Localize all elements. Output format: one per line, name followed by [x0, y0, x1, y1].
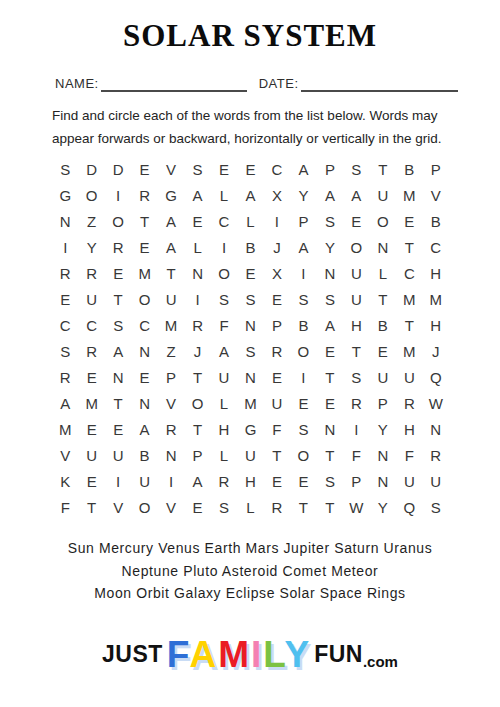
grid-cell[interactable]: A — [184, 468, 210, 494]
grid-cell[interactable]: Q — [423, 364, 449, 390]
grid-cell[interactable]: U — [264, 390, 290, 416]
grid-cell[interactable]: S — [211, 286, 237, 312]
grid-cell[interactable]: O — [131, 494, 157, 520]
date-label: DATE: — [259, 75, 299, 92]
grid-cell[interactable]: E — [317, 338, 343, 364]
grid-cell[interactable]: F — [343, 442, 369, 468]
grid-cell[interactable]: A — [237, 182, 263, 208]
grid-cell[interactable]: J — [423, 338, 449, 364]
grid-cell[interactable]: A — [290, 234, 316, 260]
grid-cell[interactable]: T — [184, 416, 210, 442]
grid-cell[interactable]: S — [317, 468, 343, 494]
grid-cell[interactable]: E — [237, 260, 263, 286]
grid-cell[interactable]: V — [158, 494, 184, 520]
grid-cell[interactable]: U — [343, 260, 369, 286]
grid-cell[interactable]: L — [211, 390, 237, 416]
grid-cell[interactable]: R — [343, 390, 369, 416]
grid-cell[interactable]: R — [264, 494, 290, 520]
grid-cell[interactable]: C — [52, 312, 78, 338]
grid-cell[interactable]: F — [52, 494, 78, 520]
grid-cell[interactable]: T — [396, 234, 422, 260]
grid-cell[interactable]: P — [264, 312, 290, 338]
grid-cell[interactable]: W — [343, 494, 369, 520]
grid-cell[interactable]: U — [370, 364, 396, 390]
grid-cell[interactable]: V — [423, 182, 449, 208]
grid-cell[interactable]: W — [423, 390, 449, 416]
grid-cell[interactable]: L — [237, 494, 263, 520]
grid-cell[interactable]: M — [52, 416, 78, 442]
grid-cell[interactable]: I — [290, 364, 316, 390]
grid-cell[interactable]: R — [184, 312, 210, 338]
grid-cell[interactable]: U — [370, 182, 396, 208]
grid-cell[interactable]: T — [105, 390, 131, 416]
grid-cell[interactable]: E — [78, 416, 104, 442]
grid-cell[interactable]: E — [184, 494, 210, 520]
grid-cell[interactable]: C — [396, 260, 422, 286]
grid-cell[interactable]: Q — [396, 494, 422, 520]
grid-cell[interactable]: B — [131, 442, 157, 468]
grid-cell[interactable]: C — [211, 208, 237, 234]
grid-cell[interactable]: S — [317, 208, 343, 234]
instructions-text: Find and circle each of the words from t… — [52, 104, 464, 150]
grid-cell[interactable]: U — [237, 442, 263, 468]
grid-cell[interactable]: T — [370, 286, 396, 312]
grid-cell[interactable]: E — [396, 208, 422, 234]
worksheet-page: SOLAR SYSTEM NAME: DATE: Find and circle… — [0, 0, 500, 707]
grid-cell[interactable]: Z — [158, 338, 184, 364]
grid-cell[interactable]: N — [317, 416, 343, 442]
grid-cell[interactable]: P — [184, 442, 210, 468]
grid-cell[interactable]: E — [370, 338, 396, 364]
grid-cell[interactable]: L — [184, 234, 210, 260]
grid-cell[interactable]: N — [158, 442, 184, 468]
grid-cell[interactable]: L — [370, 260, 396, 286]
grid-cell[interactable]: E — [105, 260, 131, 286]
grid-cell[interactable]: O — [343, 234, 369, 260]
grid-cell[interactable]: A — [317, 312, 343, 338]
grid-cell[interactable]: R — [264, 338, 290, 364]
grid-cell[interactable]: E — [211, 156, 237, 182]
grid-cell[interactable]: Y — [78, 234, 104, 260]
logo-family-letter: M — [218, 634, 251, 675]
name-date-row: NAME: DATE: — [55, 72, 458, 92]
logo-com-text: .com — [363, 653, 398, 673]
grid-cell[interactable]: A — [158, 208, 184, 234]
grid-cell[interactable]: N — [237, 312, 263, 338]
grid-cell[interactable]: D — [105, 156, 131, 182]
grid-cell[interactable]: R — [131, 182, 157, 208]
grid-cell[interactable]: I — [264, 208, 290, 234]
grid-cell[interactable]: A — [105, 338, 131, 364]
grid-cell[interactable]: X — [264, 260, 290, 286]
grid-cell[interactable]: H — [343, 312, 369, 338]
word-search-grid: SDDEVSEECAPSTBPGOIRGALAXYAAUMVNZOTAECLIP… — [52, 156, 449, 520]
grid-cell[interactable]: D — [78, 156, 104, 182]
grid-cell[interactable]: R — [211, 468, 237, 494]
grid-cell[interactable]: S — [423, 494, 449, 520]
grid-cell[interactable]: L — [211, 442, 237, 468]
logo-family-letter: I — [251, 634, 263, 675]
grid-cell[interactable]: O — [290, 338, 316, 364]
grid-cell[interactable]: E — [105, 416, 131, 442]
grid-cell[interactable]: U — [343, 286, 369, 312]
grid-cell[interactable]: U — [131, 468, 157, 494]
grid-cell[interactable]: G — [52, 182, 78, 208]
grid-cell[interactable]: U — [105, 442, 131, 468]
grid-cell[interactable]: M — [78, 390, 104, 416]
grid-cell[interactable]: E — [290, 468, 316, 494]
grid-cell[interactable]: M — [396, 338, 422, 364]
date-input-line[interactable] — [301, 77, 459, 92]
grid-cell[interactable]: E — [237, 156, 263, 182]
grid-cell[interactable]: M — [396, 286, 422, 312]
grid-cell[interactable]: G — [237, 416, 263, 442]
grid-cell[interactable]: S — [343, 156, 369, 182]
grid-cell[interactable]: N — [370, 442, 396, 468]
grid-cell[interactable]: A — [317, 182, 343, 208]
grid-cell[interactable]: U — [211, 364, 237, 390]
grid-cell[interactable]: E — [131, 234, 157, 260]
grid-cell[interactable]: T — [264, 442, 290, 468]
grid-cell[interactable]: R — [396, 390, 422, 416]
grid-cell[interactable]: N — [317, 260, 343, 286]
logo-family-text: FAMILY — [167, 636, 311, 673]
grid-cell[interactable]: A — [158, 234, 184, 260]
grid-cell[interactable]: N — [184, 260, 210, 286]
grid-cell[interactable]: A — [290, 156, 316, 182]
grid-cell[interactable]: M — [131, 260, 157, 286]
grid-cell[interactable]: Y — [317, 234, 343, 260]
grid-cell[interactable]: O — [105, 208, 131, 234]
grid-cell[interactable]: S — [105, 312, 131, 338]
grid-cell[interactable]: I — [343, 416, 369, 442]
grid-cell[interactable]: T — [343, 338, 369, 364]
grid-cell[interactable]: B — [396, 156, 422, 182]
grid-cell[interactable]: S — [184, 156, 210, 182]
grid-cell[interactable]: I — [105, 182, 131, 208]
grid-cell[interactable]: F — [396, 442, 422, 468]
grid-cell[interactable]: X — [264, 182, 290, 208]
grid-cell[interactable]: R — [52, 364, 78, 390]
logo-fun-text: FUN — [314, 641, 363, 668]
grid-cell[interactable]: R — [52, 260, 78, 286]
grid-cell[interactable]: S — [343, 364, 369, 390]
grid-cell[interactable]: M — [423, 286, 449, 312]
grid-cell[interactable]: E — [131, 364, 157, 390]
grid-cell[interactable]: Z — [78, 208, 104, 234]
grid-cell[interactable]: E — [290, 390, 316, 416]
grid-cell[interactable]: R — [78, 338, 104, 364]
grid-cell[interactable]: T — [317, 364, 343, 390]
grid-cell[interactable]: R — [105, 234, 131, 260]
page-title: SOLAR SYSTEM — [0, 18, 500, 54]
grid-cell[interactable]: U — [396, 364, 422, 390]
grid-cell[interactable]: S — [237, 338, 263, 364]
grid-cell[interactable]: I — [211, 234, 237, 260]
grid-cell[interactable]: P — [343, 468, 369, 494]
grid-cell[interactable]: T — [184, 364, 210, 390]
grid-cell[interactable]: N — [52, 208, 78, 234]
grid-cell[interactable]: P — [158, 364, 184, 390]
grid-cell[interactable]: V — [52, 442, 78, 468]
grid-cell[interactable]: O — [211, 260, 237, 286]
grid-cell[interactable]: T — [158, 260, 184, 286]
word-list-line: Moon Orbit Galaxy Eclipse Solar Space Ri… — [0, 582, 500, 605]
grid-cell[interactable]: M — [396, 182, 422, 208]
grid-cell[interactable]: U — [158, 286, 184, 312]
brand-logo: JUST FAMILY FUN .com — [0, 636, 500, 673]
grid-cell[interactable]: M — [237, 390, 263, 416]
grid-cell[interactable]: E — [131, 156, 157, 182]
grid-cell[interactable]: C — [131, 312, 157, 338]
grid-cell[interactable]: J — [264, 234, 290, 260]
grid-cell[interactable]: S — [211, 494, 237, 520]
grid-cell[interactable]: C — [78, 312, 104, 338]
grid-cell[interactable]: B — [423, 208, 449, 234]
grid-cell[interactable]: E — [317, 390, 343, 416]
logo-family-letter: A — [189, 634, 218, 675]
name-label: NAME: — [55, 75, 99, 92]
grid-cell[interactable]: A — [131, 416, 157, 442]
grid-cell[interactable]: T — [78, 494, 104, 520]
grid-cell[interactable]: Y — [370, 416, 396, 442]
logo-just-text: JUST — [102, 641, 163, 668]
grid-cell[interactable]: M — [158, 312, 184, 338]
grid-cell[interactable]: J — [184, 338, 210, 364]
grid-cell[interactable]: U — [78, 442, 104, 468]
grid-cell[interactable]: T — [370, 156, 396, 182]
grid-cell[interactable]: A — [211, 338, 237, 364]
grid-cell[interactable]: F — [211, 312, 237, 338]
grid-cell[interactable]: I — [158, 468, 184, 494]
grid-cell[interactable]: S — [237, 286, 263, 312]
grid-cell[interactable]: N — [105, 364, 131, 390]
grid-cell[interactable]: T — [290, 494, 316, 520]
grid-cell[interactable]: H — [423, 260, 449, 286]
grid-cell[interactable]: O — [131, 286, 157, 312]
grid-cell[interactable]: O — [78, 182, 104, 208]
grid-cell[interactable]: E — [343, 208, 369, 234]
grid-cell[interactable]: Y — [370, 494, 396, 520]
grid-cell[interactable]: S — [52, 156, 78, 182]
grid-cell[interactable]: C — [423, 234, 449, 260]
grid-cell[interactable]: O — [370, 208, 396, 234]
grid-cell[interactable]: H — [423, 312, 449, 338]
grid-cell[interactable]: K — [52, 468, 78, 494]
grid-cell[interactable]: L — [211, 182, 237, 208]
grid-cell[interactable]: P — [290, 208, 316, 234]
grid-cell[interactable]: I — [105, 468, 131, 494]
grid-cell[interactable]: V — [158, 390, 184, 416]
grid-cell[interactable]: S — [317, 286, 343, 312]
grid-cell[interactable]: Y — [290, 182, 316, 208]
grid-cell[interactable]: P — [370, 390, 396, 416]
grid-cell[interactable]: R — [423, 442, 449, 468]
grid-cell[interactable]: N — [131, 338, 157, 364]
grid-cell[interactable]: S — [52, 338, 78, 364]
grid-cell[interactable]: B — [290, 312, 316, 338]
word-list-line: Sun Mercury Venus Earth Mars Jupiter Sat… — [0, 537, 500, 560]
grid-cell[interactable]: O — [290, 442, 316, 468]
grid-cell[interactable]: T — [317, 442, 343, 468]
grid-cell[interactable]: H — [237, 468, 263, 494]
word-list: Sun Mercury Venus Earth Mars Jupiter Sat… — [0, 537, 500, 605]
grid-cell[interactable]: N — [131, 390, 157, 416]
grid-cell[interactable]: A — [184, 182, 210, 208]
grid-cell[interactable]: R — [78, 260, 104, 286]
grid-cell[interactable]: T — [105, 286, 131, 312]
grid-cell[interactable]: R — [158, 416, 184, 442]
grid-cell[interactable]: O — [184, 390, 210, 416]
grid-cell[interactable]: V — [105, 494, 131, 520]
grid-cell[interactable]: B — [237, 234, 263, 260]
grid-cell[interactable]: T — [396, 312, 422, 338]
grid-cell[interactable]: U — [396, 468, 422, 494]
grid-cell[interactable]: F — [264, 416, 290, 442]
grid-cell[interactable]: P — [317, 156, 343, 182]
word-list-line: Neptune Pluto Asteroid Comet Meteor — [0, 560, 500, 583]
grid-cell[interactable]: P — [423, 156, 449, 182]
grid-cell[interactable]: E — [78, 468, 104, 494]
grid-cell[interactable]: I — [52, 234, 78, 260]
grid-cell[interactable]: I — [290, 260, 316, 286]
grid-cell[interactable]: C — [264, 156, 290, 182]
grid-cell[interactable]: S — [290, 416, 316, 442]
logo-family-letter: F — [167, 634, 190, 675]
grid-cell[interactable]: L — [237, 208, 263, 234]
grid-cell[interactable]: N — [423, 416, 449, 442]
grid-cell[interactable]: N — [370, 468, 396, 494]
name-input-line[interactable] — [101, 77, 247, 92]
grid-cell[interactable]: T — [317, 494, 343, 520]
grid-cell[interactable]: S — [290, 286, 316, 312]
grid-cell[interactable]: E — [52, 286, 78, 312]
grid-cell[interactable]: U — [423, 468, 449, 494]
logo-family-letter: L — [263, 634, 284, 675]
grid-cell[interactable]: H — [211, 416, 237, 442]
logo-family-letter: Y — [284, 634, 311, 675]
grid-cell[interactable]: E — [184, 208, 210, 234]
grid-cell[interactable]: N — [370, 234, 396, 260]
grid-cell[interactable]: V — [158, 156, 184, 182]
grid-cell[interactable]: A — [52, 390, 78, 416]
grid-cell[interactable]: E — [264, 468, 290, 494]
grid-cell[interactable]: U — [78, 286, 104, 312]
grid-cell[interactable]: T — [131, 208, 157, 234]
grid-cell[interactable]: E — [264, 364, 290, 390]
grid-cell[interactable]: G — [158, 182, 184, 208]
grid-cell[interactable]: I — [184, 286, 210, 312]
grid-cell[interactable]: A — [343, 182, 369, 208]
grid-cell[interactable]: E — [264, 286, 290, 312]
grid-cell[interactable]: H — [396, 416, 422, 442]
grid-cell[interactable]: B — [370, 312, 396, 338]
grid-cell[interactable]: N — [237, 364, 263, 390]
grid-cell[interactable]: E — [78, 364, 104, 390]
